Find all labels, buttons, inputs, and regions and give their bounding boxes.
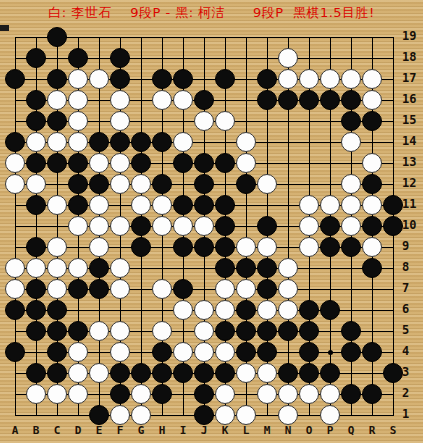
stone-white: ○ [89,363,109,383]
stone-black: ● [299,321,319,341]
stone-black: ● [5,69,25,89]
stone-black: ● [173,153,193,173]
stone-white: ○ [5,279,25,299]
stone-white: ○ [5,174,25,194]
col-label: J [196,424,212,437]
stone-black: ● [215,216,235,236]
row-label: 7 [402,281,423,295]
stone-white: ○ [131,174,151,194]
stone-white: ○ [320,195,340,215]
stone-black: ● [5,132,25,152]
stone-black: ● [110,48,130,68]
stone-black: ● [257,69,277,89]
stone-black: ● [362,384,382,404]
stone-white: ○ [173,216,193,236]
stone-white: ○ [68,342,88,362]
stone-black: ● [173,69,193,89]
stone-black: ● [26,237,46,257]
stone-black: ● [215,363,235,383]
stone-white: ○ [152,321,172,341]
col-label: N [280,424,296,437]
stone-white: ○ [299,237,319,257]
stone-black: ● [173,195,193,215]
stone-black: ● [26,48,46,68]
stone-white: ○ [320,405,340,425]
stone-black: ● [341,321,361,341]
stone-white: ○ [173,300,193,320]
stone-black: ● [68,195,88,215]
stone-white: ○ [110,342,130,362]
stone-white: ○ [362,90,382,110]
row-label: 6 [402,302,423,316]
row-label: 8 [402,260,423,274]
row-label: 5 [402,323,423,337]
stone-white: ○ [215,405,235,425]
stone-white: ○ [89,195,109,215]
stone-black: ● [152,174,172,194]
stone-black: ● [320,90,340,110]
stone-black: ● [131,237,151,257]
stone-black: ● [89,174,109,194]
stone-black: ● [215,153,235,173]
stone-black: ● [47,69,67,89]
stone-black: ● [362,111,382,131]
stone-white: ○ [110,321,130,341]
stone-black: ● [257,321,277,341]
stone-black: ● [47,321,67,341]
stone-white: ○ [362,153,382,173]
stone-white: ○ [278,300,298,320]
stone-black: ● [89,132,109,152]
stone-white: ○ [131,405,151,425]
stone-black: ● [5,342,25,362]
stone-white: ○ [362,237,382,257]
stone-white: ○ [341,132,361,152]
stone-black: ● [215,195,235,215]
stone-white: ○ [68,384,88,404]
stone-white: ○ [194,216,214,236]
stone-black: ● [131,132,151,152]
stone-black: ● [26,195,46,215]
stone-white: ○ [110,279,130,299]
stone-white: ○ [194,342,214,362]
stone-white: ○ [278,279,298,299]
stone-black: ● [215,69,235,89]
stone-black: ● [89,258,109,278]
stone-white: ○ [362,195,382,215]
stone-white: ○ [68,258,88,278]
stone-white: ○ [341,69,361,89]
stone-black: ● [68,321,88,341]
stone-white: ○ [215,384,235,404]
stone-black: ● [194,174,214,194]
stone-white: ○ [110,111,130,131]
stone-white: ○ [47,237,67,257]
stone-white: ○ [110,90,130,110]
col-label: E [91,424,107,437]
col-label: K [217,424,233,437]
stone-white: ○ [89,69,109,89]
stone-black: ● [341,342,361,362]
stone-white: ○ [68,216,88,236]
stone-white: ○ [47,195,67,215]
stone-black: ● [26,321,46,341]
col-label: L [238,424,254,437]
stone-black: ● [320,216,340,236]
col-label: M [259,424,275,437]
stone-white: ○ [236,363,256,383]
stone-white: ○ [299,384,319,404]
stone-white: ○ [194,111,214,131]
stone-black: ● [215,258,235,278]
row-label: 11 [402,197,423,211]
stone-white: ○ [257,300,277,320]
col-label: P [322,424,338,437]
stone-white: ○ [68,69,88,89]
stone-white: ○ [131,384,151,404]
stone-black: ● [299,342,319,362]
stone-black: ● [257,258,277,278]
stone-black: ● [194,195,214,215]
stone-black: ● [68,153,88,173]
stone-white: ○ [152,195,172,215]
stone-black: ● [362,258,382,278]
stone-black: ● [194,384,214,404]
stone-black: ● [152,384,172,404]
stone-black: ● [236,321,256,341]
stone-black: ● [131,153,151,173]
stone-black: ● [47,27,67,47]
stone-white: ○ [26,258,46,278]
stone-white: ○ [215,300,235,320]
stone-white: ○ [257,384,277,404]
col-label: I [175,424,191,437]
row-label: 9 [402,239,423,253]
stone-black: ● [173,363,193,383]
stone-white: ○ [5,153,25,173]
stone-white: ○ [68,363,88,383]
row-label: 12 [402,176,423,190]
stone-black: ● [194,90,214,110]
stone-black: ● [341,237,361,257]
col-label: O [301,424,317,437]
col-label: R [364,424,380,437]
stone-white: ○ [47,90,67,110]
stone-black: ● [68,48,88,68]
col-label: D [70,424,86,437]
stone-white: ○ [257,363,277,383]
stone-white: ○ [89,237,109,257]
stone-black: ● [236,342,256,362]
stone-white: ○ [68,90,88,110]
stone-black: ● [110,384,130,404]
stone-black: ● [383,216,403,236]
stone-black: ● [236,174,256,194]
stone-white: ○ [341,174,361,194]
stone-black: ● [278,321,298,341]
stone-black: ● [26,363,46,383]
stone-white: ○ [278,258,298,278]
stone-black: ● [320,237,340,257]
col-label: C [49,424,65,437]
stone-black: ● [257,279,277,299]
stone-black: ● [299,90,319,110]
stone-white: ○ [194,300,214,320]
stone-white: ○ [47,384,67,404]
stone-black: ● [278,363,298,383]
stone-white: ○ [299,69,319,89]
stone-black: ● [194,363,214,383]
stone-white: ○ [68,132,88,152]
row-label: 18 [402,50,423,64]
stone-white: ○ [236,237,256,257]
stone-black: ● [152,69,172,89]
stone-white: ○ [26,384,46,404]
stone-black: ● [89,279,109,299]
stone-black: ● [320,363,340,383]
stone-white: ○ [152,279,172,299]
stone-white: ○ [236,132,256,152]
stone-black: ● [257,342,277,362]
stone-white: ○ [236,153,256,173]
stone-white: ○ [341,216,361,236]
stone-white: ○ [299,216,319,236]
row-label: 10 [402,218,423,232]
stone-white: ○ [320,69,340,89]
stone-black: ● [299,300,319,320]
stone-black: ● [362,216,382,236]
stone-white: ○ [5,258,25,278]
stone-white: ○ [215,279,235,299]
row-label: 16 [402,92,423,106]
row-label: 15 [402,113,423,127]
go-board[interactable]: ●●●●○●●○○●●●●●○○○○○●○○○○○●●●●●●○●●○○○○●●… [0,0,423,443]
stone-white: ○ [26,174,46,194]
stone-white: ○ [299,195,319,215]
stone-white: ○ [26,132,46,152]
stone-white: ○ [278,405,298,425]
stone-white: ○ [173,132,193,152]
stone-black: ● [47,363,67,383]
col-label: B [28,424,44,437]
stone-black: ● [299,363,319,383]
col-label: A [7,424,23,437]
stone-black: ● [236,258,256,278]
stone-white: ○ [89,216,109,236]
stone-white: ○ [341,195,361,215]
stone-black: ● [320,300,340,320]
stone-white: ○ [89,153,109,173]
row-label: 13 [402,155,423,169]
stone-white: ○ [215,342,235,362]
stone-white: ○ [152,90,172,110]
stone-white: ○ [236,405,256,425]
stone-black: ● [68,279,88,299]
stone-white: ○ [110,174,130,194]
row-label: 3 [402,365,423,379]
stone-white: ○ [236,279,256,299]
stone-white: ○ [278,48,298,68]
stone-white: ○ [362,69,382,89]
stone-black: ● [131,216,151,236]
stone-black: ● [47,342,67,362]
stone-white: ○ [278,69,298,89]
stone-black: ● [26,90,46,110]
stone-black: ● [215,321,235,341]
stone-black: ● [257,90,277,110]
stone-black: ● [362,174,382,194]
col-label: F [112,424,128,437]
stone-black: ● [257,216,277,236]
col-label: H [154,424,170,437]
star-point [328,350,333,355]
stone-black: ● [215,237,235,257]
stone-black: ● [152,132,172,152]
stone-black: ● [173,237,193,257]
go-app-window: 白: 李世石 9段P - 黑: 柯洁 9段P 黑棋1.5目胜! ●●●●○●●○… [0,0,423,443]
stone-black: ● [341,90,361,110]
stone-black: ● [26,153,46,173]
stone-black: ● [278,90,298,110]
stone-white: ○ [110,216,130,236]
stone-black: ● [383,363,403,383]
stone-black: ● [194,153,214,173]
stone-black: ● [26,279,46,299]
stone-black: ● [47,111,67,131]
stone-white: ○ [110,258,130,278]
stone-black: ● [47,300,67,320]
stone-black: ● [47,153,67,173]
stone-white: ○ [278,384,298,404]
col-label: S [385,424,401,437]
stone-black: ● [89,405,109,425]
stone-black: ● [236,300,256,320]
stone-black: ● [152,363,172,383]
stone-white: ○ [68,111,88,131]
stone-white: ○ [215,111,235,131]
stone-black: ● [26,111,46,131]
stone-black: ● [110,132,130,152]
stone-white: ○ [173,90,193,110]
stone-white: ○ [110,405,130,425]
row-label: 1 [402,407,423,421]
stone-black: ● [152,342,172,362]
stone-white: ○ [89,321,109,341]
stone-black: ● [5,300,25,320]
stone-white: ○ [152,216,172,236]
stone-white: ○ [47,279,67,299]
col-label: G [133,424,149,437]
stone-black: ● [26,300,46,320]
stone-black: ● [362,342,382,362]
stone-black: ● [341,384,361,404]
stone-white: ○ [47,258,67,278]
stone-white: ○ [131,195,151,215]
row-label: 4 [402,344,423,358]
stone-white: ○ [257,237,277,257]
stone-black: ● [131,363,151,383]
stone-black: ● [110,363,130,383]
stone-white: ○ [194,321,214,341]
stone-black: ● [173,279,193,299]
stone-white: ○ [173,342,193,362]
stone-white: ○ [47,132,67,152]
row-label: 14 [402,134,423,148]
stone-white: ○ [257,174,277,194]
stone-black: ● [110,69,130,89]
row-label: 19 [402,29,423,43]
stone-white: ○ [110,153,130,173]
stone-white: ○ [320,384,340,404]
row-label: 2 [402,386,423,400]
row-label: 17 [402,71,423,85]
stone-black: ● [341,111,361,131]
col-label: Q [343,424,359,437]
stone-black: ● [68,174,88,194]
stone-black: ● [194,237,214,257]
corner-artifact [0,25,9,31]
stone-black: ● [383,195,403,215]
stone-black: ● [194,405,214,425]
